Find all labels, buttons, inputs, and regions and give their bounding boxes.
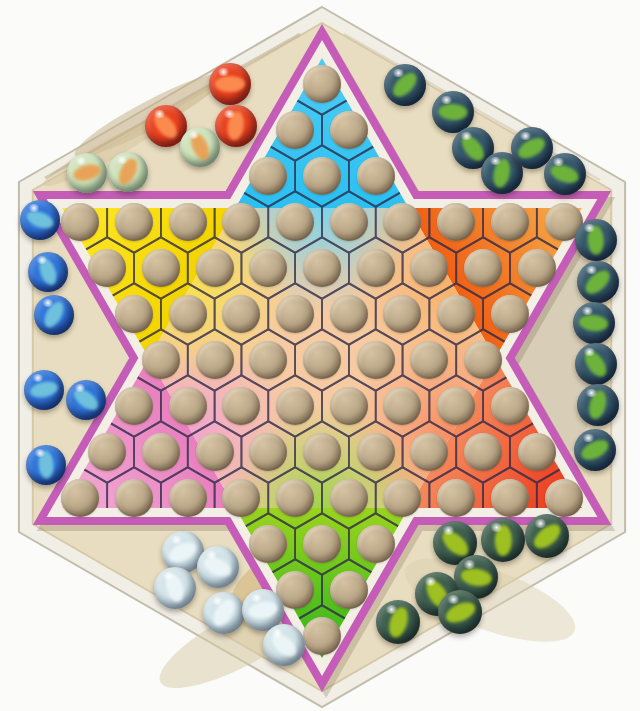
marble-swirl bbox=[579, 314, 610, 333]
marble-green_cat[interactable] bbox=[376, 600, 420, 644]
marble-blue[interactable] bbox=[34, 295, 74, 335]
marble-swirl bbox=[491, 157, 512, 189]
marble-swirl bbox=[578, 436, 611, 464]
chinese-checkers-box bbox=[0, 0, 640, 711]
marble-green_clear[interactable] bbox=[108, 152, 148, 192]
marble-green_cat[interactable] bbox=[481, 518, 525, 562]
marble-red[interactable] bbox=[209, 63, 251, 105]
marble-swirl bbox=[438, 103, 468, 120]
marble-swirl bbox=[70, 385, 102, 414]
marble-ice_blue[interactable] bbox=[197, 546, 239, 588]
marble-swirl bbox=[385, 605, 410, 639]
marble-teal_cat[interactable] bbox=[577, 384, 619, 426]
marble-swirl bbox=[36, 256, 60, 288]
marble-ice_blue[interactable] bbox=[263, 624, 305, 666]
marble-red[interactable] bbox=[215, 105, 257, 147]
marble-blue[interactable] bbox=[28, 252, 68, 292]
marble-green_cat[interactable] bbox=[525, 514, 569, 558]
marble-swirl bbox=[587, 389, 610, 421]
marble-teal_cat[interactable] bbox=[575, 343, 617, 385]
marble-swirl bbox=[494, 524, 511, 555]
marble-swirl bbox=[215, 76, 244, 92]
marble-swirl bbox=[581, 347, 611, 380]
marble-swirl bbox=[247, 600, 279, 620]
marble-swirl bbox=[24, 208, 56, 232]
marble-swirl bbox=[582, 266, 614, 298]
marble-swirl bbox=[115, 156, 141, 188]
marble-green_clear[interactable] bbox=[180, 127, 220, 167]
marble-swirl bbox=[459, 566, 492, 587]
marble-swirl bbox=[163, 572, 187, 605]
marble-teal_cat[interactable] bbox=[573, 302, 615, 344]
marble-swirl bbox=[389, 69, 421, 101]
marble-swirl bbox=[41, 299, 68, 331]
marble-blue[interactable] bbox=[24, 370, 64, 410]
marble-swirl bbox=[443, 598, 478, 626]
marble-green_cat[interactable] bbox=[438, 590, 482, 634]
marble-blue[interactable] bbox=[20, 200, 60, 240]
marble-swirl bbox=[29, 380, 60, 401]
marble-blue[interactable] bbox=[26, 445, 66, 485]
marble-tray bbox=[0, 0, 640, 711]
marble-swirl bbox=[588, 225, 605, 255]
marble-swirl bbox=[72, 162, 103, 184]
marble-swirl bbox=[150, 110, 181, 143]
marble-teal_cat[interactable] bbox=[384, 64, 426, 106]
marble-swirl bbox=[188, 131, 213, 163]
marble-swirl bbox=[549, 162, 582, 187]
marble-swirl bbox=[458, 132, 489, 165]
marble-swirl bbox=[438, 526, 472, 559]
marble-ice_blue[interactable] bbox=[154, 567, 196, 609]
marble-teal_cat[interactable] bbox=[577, 261, 619, 303]
marble-blue[interactable] bbox=[66, 380, 106, 420]
marble-swirl bbox=[209, 596, 238, 629]
marble-swirl bbox=[37, 450, 54, 479]
marble-green_clear[interactable] bbox=[67, 153, 107, 193]
marble-swirl bbox=[201, 554, 234, 581]
marble-ice_blue[interactable] bbox=[203, 592, 245, 634]
marble-teal_cat[interactable] bbox=[574, 429, 616, 471]
marble-swirl bbox=[268, 629, 301, 660]
marble-swirl bbox=[166, 539, 199, 566]
marble-teal_cat[interactable] bbox=[544, 153, 586, 195]
marble-swirl bbox=[226, 110, 246, 141]
marble-teal_cat[interactable] bbox=[575, 219, 617, 261]
marble-swirl bbox=[530, 520, 564, 553]
marble-swirl bbox=[515, 134, 548, 163]
